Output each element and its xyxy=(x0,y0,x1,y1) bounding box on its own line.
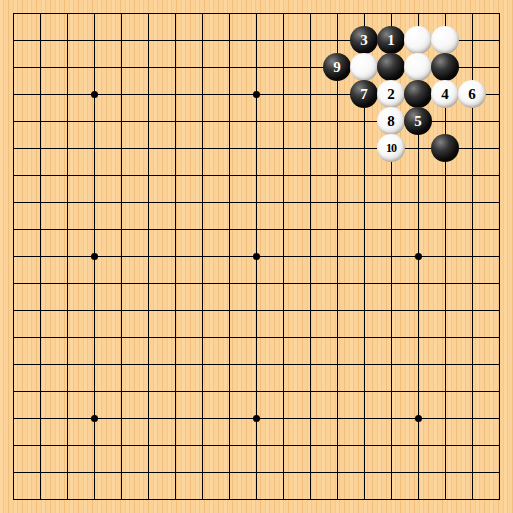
move-number: 8 xyxy=(387,114,395,129)
stone-white-move-8: 8 xyxy=(377,107,405,135)
move-number: 4 xyxy=(441,87,449,102)
stone-black xyxy=(431,53,459,81)
stone-black-move-7: 7 xyxy=(350,80,378,108)
move-number: 3 xyxy=(360,33,368,48)
stone-white-move-2: 2 xyxy=(377,80,405,108)
stone-black-move-5: 5 xyxy=(404,107,432,135)
stone-black xyxy=(431,134,459,162)
go-board[interactable]: 31972468510 xyxy=(0,0,513,513)
stone-white xyxy=(404,26,432,54)
stone-white xyxy=(350,53,378,81)
move-number: 6 xyxy=(468,87,476,102)
star-point xyxy=(253,253,260,260)
stone-white-move-10: 10 xyxy=(377,134,405,162)
stone-white xyxy=(404,53,432,81)
move-number: 2 xyxy=(387,87,395,102)
stone-black-move-3: 3 xyxy=(350,26,378,54)
move-number: 1 xyxy=(387,33,395,48)
star-point xyxy=(253,415,260,422)
move-number: 9 xyxy=(333,60,341,75)
stone-white xyxy=(431,26,459,54)
star-point xyxy=(91,415,98,422)
star-point xyxy=(415,415,422,422)
move-number: 10 xyxy=(386,142,396,154)
star-point xyxy=(253,91,260,98)
star-point xyxy=(91,91,98,98)
move-number: 5 xyxy=(414,114,422,129)
stone-black-move-1: 1 xyxy=(377,26,405,54)
stone-black xyxy=(377,53,405,81)
stone-black xyxy=(404,80,432,108)
stone-black-move-9: 9 xyxy=(323,53,351,81)
star-point xyxy=(415,253,422,260)
stone-white-move-6: 6 xyxy=(458,80,486,108)
move-number: 7 xyxy=(360,87,368,102)
star-point xyxy=(91,253,98,260)
intersections-layer: 31972468510 xyxy=(0,0,513,513)
stone-white-move-4: 4 xyxy=(431,80,459,108)
